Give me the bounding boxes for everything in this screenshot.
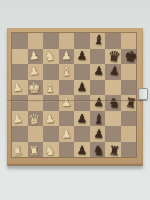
square-h3[interactable] — [121, 111, 137, 127]
square-c2[interactable] — [43, 126, 59, 142]
square-a2[interactable] — [12, 126, 28, 142]
square-e2[interactable] — [74, 126, 90, 142]
black-pawn-e7[interactable]: ♟ — [74, 48, 90, 64]
white-king-b5[interactable]: ♚ — [25, 79, 42, 96]
square-h6[interactable] — [121, 64, 137, 80]
square-f1[interactable]: ♞ — [90, 142, 106, 158]
square-f7[interactable] — [90, 49, 106, 65]
square-e7[interactable]: ♟ — [74, 49, 90, 65]
board-grid: ♝♟♞♟♟♛♚♟♝♟♟♟♚♝♟♟♟♞♜♟♛♟♟♝♟♟♜♜♞♟♞♜ — [12, 33, 136, 157]
white-bishop-c5[interactable]: ♝ — [41, 79, 58, 96]
square-c5[interactable]: ♝ — [43, 80, 59, 96]
square-e8[interactable] — [74, 33, 90, 49]
square-d3[interactable] — [59, 111, 75, 127]
square-f5[interactable] — [90, 80, 106, 96]
square-g5[interactable] — [105, 80, 121, 96]
square-f8[interactable]: ♝ — [90, 33, 106, 49]
white-knight-c1[interactable]: ♞ — [41, 142, 58, 159]
square-g3[interactable] — [105, 111, 121, 127]
white-pawn-d7[interactable]: ♟ — [58, 48, 74, 64]
square-d6[interactable]: ♝ — [59, 64, 75, 80]
square-d2[interactable]: ♟ — [59, 126, 75, 142]
square-f2[interactable]: ♟ — [90, 126, 106, 142]
square-c7[interactable]: ♞ — [43, 49, 59, 65]
white-bishop-d6[interactable]: ♝ — [58, 63, 74, 79]
square-d8[interactable] — [59, 33, 75, 49]
square-e4[interactable] — [74, 95, 90, 111]
black-rook-h4[interactable]: ♜ — [122, 94, 140, 112]
square-f3[interactable]: ♝ — [90, 111, 106, 127]
square-e5[interactable]: ♟ — [74, 80, 90, 96]
square-g4[interactable]: ♞ — [105, 95, 121, 111]
square-b6[interactable]: ♟ — [28, 64, 44, 80]
black-pawn-e3[interactable]: ♟ — [74, 111, 90, 127]
square-h8[interactable] — [121, 33, 137, 49]
square-b4[interactable] — [28, 95, 44, 111]
square-h5[interactable] — [121, 80, 137, 96]
square-e1[interactable]: ♟ — [74, 142, 90, 158]
square-b8[interactable] — [28, 33, 44, 49]
clasp-latch-icon — [138, 88, 148, 100]
square-d1[interactable] — [59, 142, 75, 158]
square-f4[interactable]: ♟ — [90, 95, 106, 111]
square-a4[interactable] — [12, 95, 28, 111]
square-c3[interactable]: ♟ — [43, 111, 59, 127]
black-king-h7[interactable]: ♚ — [122, 47, 140, 65]
square-h4[interactable]: ♜ — [121, 95, 137, 111]
square-c6[interactable] — [43, 64, 59, 80]
square-h7[interactable]: ♚ — [121, 49, 137, 65]
square-c8[interactable] — [43, 33, 59, 49]
white-queen-b3[interactable]: ♛ — [25, 110, 42, 127]
square-d4[interactable]: ♟ — [59, 95, 75, 111]
square-g2[interactable] — [105, 126, 121, 142]
photo-background: ♝♟♞♟♟♛♚♟♝♟♟♟♚♝♟♟♟♞♜♟♛♟♟♝♟♟♜♜♞♟♞♜ — [0, 0, 150, 200]
square-g7[interactable]: ♛ — [105, 49, 121, 65]
square-g1[interactable]: ♜ — [105, 142, 121, 158]
hinge-seam — [7, 100, 143, 102]
square-g8[interactable] — [105, 33, 121, 49]
square-b2[interactable] — [28, 126, 44, 142]
square-a8[interactable] — [12, 33, 28, 49]
square-d5[interactable] — [59, 80, 75, 96]
square-d7[interactable]: ♟ — [59, 49, 75, 65]
square-h1[interactable] — [121, 142, 137, 158]
square-h2[interactable] — [121, 126, 137, 142]
white-pawn-d4[interactable]: ♟ — [58, 95, 74, 111]
white-rook-a1[interactable]: ♜ — [9, 141, 27, 159]
square-f6[interactable]: ♟ — [90, 64, 106, 80]
black-pawn-e5[interactable]: ♟ — [74, 79, 90, 95]
white-pawn-a3[interactable]: ♟ — [9, 110, 27, 128]
square-e6[interactable] — [74, 64, 90, 80]
white-pawn-c3[interactable]: ♟ — [41, 110, 58, 127]
black-pawn-e1[interactable]: ♟ — [74, 142, 90, 158]
chess-board: ♝♟♞♟♟♛♚♟♝♟♟♟♚♝♟♟♟♞♜♟♛♟♟♝♟♟♜♜♞♟♞♜ — [7, 28, 143, 166]
white-pawn-d2[interactable]: ♟ — [58, 127, 74, 143]
white-pawn-b7[interactable]: ♟ — [25, 47, 42, 64]
white-pawn-a5[interactable]: ♟ — [9, 78, 27, 96]
white-pawn-b6[interactable]: ♟ — [25, 63, 42, 80]
white-knight-c7[interactable]: ♞ — [41, 47, 58, 64]
square-c4[interactable] — [43, 95, 59, 111]
white-rook-b1[interactable]: ♜ — [25, 142, 42, 159]
square-c1[interactable]: ♞ — [43, 142, 59, 158]
square-g6[interactable]: ♟ — [105, 64, 121, 80]
square-e3[interactable]: ♟ — [74, 111, 90, 127]
